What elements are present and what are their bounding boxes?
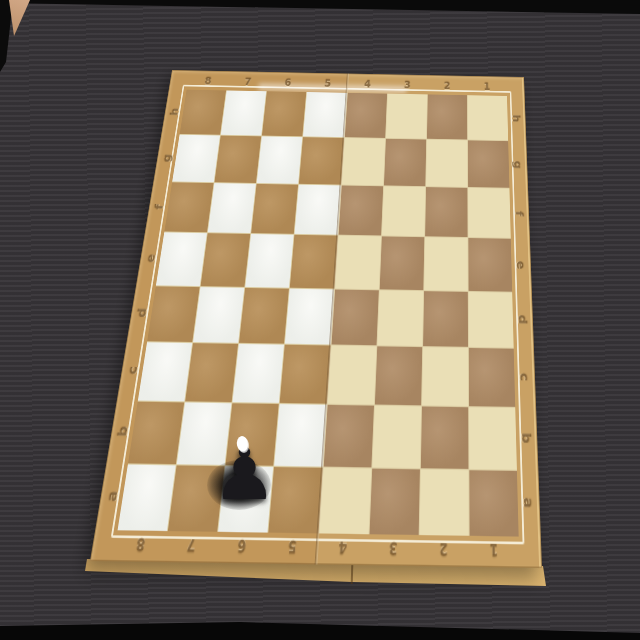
square[interactable]: [375, 346, 422, 405]
square[interactable]: [257, 136, 303, 184]
rank-label: 7: [164, 532, 218, 559]
square[interactable]: [468, 140, 510, 188]
rank-label: 1: [469, 537, 520, 564]
square[interactable]: [290, 235, 337, 288]
square[interactable]: [233, 344, 285, 403]
square[interactable]: [128, 401, 184, 464]
square[interactable]: [468, 238, 512, 291]
square[interactable]: [377, 290, 423, 346]
rank-label: 4: [317, 535, 369, 562]
board-grid: [118, 90, 519, 537]
square[interactable]: [185, 343, 238, 402]
square[interactable]: [341, 138, 384, 186]
square[interactable]: [427, 94, 467, 139]
square[interactable]: [147, 286, 200, 342]
square[interactable]: [295, 185, 341, 235]
rank-label: 8: [187, 72, 229, 89]
rank-label: 8: [113, 532, 167, 559]
square[interactable]: [426, 140, 467, 188]
rank-label: 1: [467, 77, 507, 94]
rank-label: 2: [427, 77, 467, 94]
square[interactable]: [251, 184, 298, 234]
square[interactable]: [303, 92, 346, 137]
square[interactable]: [172, 135, 220, 183]
square[interactable]: [425, 187, 468, 237]
square[interactable]: [319, 468, 371, 535]
square[interactable]: [468, 188, 511, 238]
rank-label: 2: [418, 536, 469, 563]
square[interactable]: [386, 94, 427, 139]
square[interactable]: [468, 95, 508, 140]
square[interactable]: [469, 407, 517, 470]
square[interactable]: [262, 91, 306, 136]
rank-label: 5: [266, 534, 318, 561]
square[interactable]: [118, 464, 176, 531]
square[interactable]: [331, 289, 378, 345]
square[interactable]: [245, 234, 293, 287]
square[interactable]: [379, 237, 424, 290]
square[interactable]: [164, 183, 213, 233]
square[interactable]: [327, 345, 376, 404]
square[interactable]: [468, 291, 513, 347]
square[interactable]: [469, 470, 518, 537]
square[interactable]: [384, 139, 426, 187]
square[interactable]: [335, 236, 381, 289]
square[interactable]: [201, 234, 251, 287]
square[interactable]: [156, 233, 207, 286]
square[interactable]: [419, 469, 468, 536]
square[interactable]: [280, 344, 330, 403]
square[interactable]: [323, 405, 373, 468]
square[interactable]: [221, 90, 266, 135]
rank-label: 3: [367, 535, 418, 562]
square[interactable]: [239, 287, 289, 343]
square[interactable]: [338, 186, 383, 236]
square[interactable]: [469, 348, 515, 407]
square[interactable]: [422, 347, 468, 406]
square[interactable]: [421, 406, 469, 469]
rank-label: 6: [215, 533, 268, 560]
square[interactable]: [208, 183, 256, 233]
square[interactable]: [369, 468, 420, 535]
scene: 87654321 87654321 hgfedcba hgfedcba ♟: [0, 0, 640, 640]
square[interactable]: [372, 405, 421, 468]
square[interactable]: [285, 288, 334, 344]
square[interactable]: [299, 137, 344, 185]
square[interactable]: [345, 93, 387, 138]
square[interactable]: [382, 187, 425, 237]
square[interactable]: [138, 342, 192, 401]
square[interactable]: [180, 90, 226, 135]
square[interactable]: [423, 291, 468, 347]
black-pawn[interactable]: ♟: [207, 422, 283, 508]
square[interactable]: [193, 287, 244, 343]
square[interactable]: [215, 136, 262, 184]
square[interactable]: [424, 238, 468, 291]
